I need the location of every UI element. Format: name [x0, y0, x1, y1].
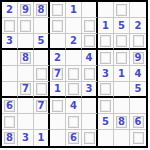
- sudoku-cell-r3c9[interactable]: [130, 34, 146, 50]
- cell-input-box[interactable]: 8: [4, 132, 15, 144]
- sudoku-cell-r2c7[interactable]: 1: [98, 18, 114, 34]
- given-digit: 1: [118, 69, 125, 79]
- sudoku-cell-r9c1[interactable]: 8: [2, 130, 18, 146]
- entered-digit: 7: [54, 69, 61, 79]
- cell-input-box-empty[interactable]: [68, 68, 79, 80]
- given-digit: 4: [86, 53, 93, 63]
- sudoku-cell-r2c5[interactable]: [66, 18, 82, 34]
- given-digit: 1: [70, 5, 77, 15]
- sudoku-cell-r6c4[interactable]: 1: [50, 82, 66, 98]
- given-digit: 3: [102, 69, 109, 79]
- cell-input-box-empty[interactable]: [52, 4, 63, 16]
- cell-input-box-empty[interactable]: [4, 116, 15, 128]
- cell-input-box[interactable]: 6: [133, 116, 144, 128]
- entered-digit: 8: [22, 53, 29, 63]
- given-digit: 4: [135, 69, 142, 79]
- sudoku-cell-r3c7[interactable]: [98, 34, 114, 50]
- cell-input-box-empty[interactable]: [52, 20, 63, 32]
- given-digit: 5: [135, 84, 142, 94]
- cell-input-box-empty[interactable]: [84, 132, 95, 144]
- cell-input-box[interactable]: 7: [52, 68, 63, 80]
- entered-digit: 6: [70, 133, 77, 143]
- sudoku-cell-r6c6[interactable]: 3: [82, 82, 98, 98]
- sudoku-cell-r5c9[interactable]: 4: [130, 66, 146, 82]
- sudoku-cell-r7c5[interactable]: 4: [66, 98, 82, 114]
- sudoku-cell-r1c2[interactable]: 9: [18, 2, 34, 18]
- cell-input-box-empty[interactable]: [133, 35, 144, 47]
- entered-digit: 8: [6, 133, 13, 143]
- given-digit: 1: [38, 133, 45, 143]
- entered-digit: 8: [118, 117, 125, 127]
- sudoku-cell-r5c2[interactable]: [18, 66, 34, 82]
- sudoku-cell-r7c3[interactable]: 7: [34, 98, 50, 114]
- sudoku-cell-r8c5[interactable]: [66, 114, 82, 130]
- cell-input-box-empty[interactable]: [68, 83, 79, 95]
- sudoku-cell-r1c5[interactable]: 1: [66, 2, 82, 18]
- sudoku-cell-r6c1[interactable]: [2, 82, 18, 98]
- sudoku-cell-r9c4[interactable]: [50, 130, 66, 146]
- cell-input-box-empty[interactable]: [100, 52, 111, 64]
- sudoku-cell-r8c4[interactable]: [50, 114, 66, 130]
- sudoku-cell-r1c4[interactable]: [50, 2, 66, 18]
- sudoku-cell-r5c6[interactable]: [82, 66, 98, 82]
- entered-digit: 9: [22, 5, 29, 15]
- sudoku-cell-r9c7[interactable]: [98, 130, 114, 146]
- cell-input-box-empty[interactable]: [4, 20, 15, 32]
- sudoku-cell-r2c4[interactable]: [50, 18, 66, 34]
- sudoku-cell-r2c9[interactable]: 2: [130, 18, 146, 34]
- sudoku-cell-r1c9[interactable]: [130, 2, 146, 18]
- sudoku-cell-r3c1[interactable]: 3: [2, 34, 18, 50]
- sudoku-cell-r8c2[interactable]: [18, 114, 34, 130]
- entered-digit: 7: [22, 84, 29, 94]
- entered-digit: 9: [135, 53, 142, 63]
- sudoku-cell-r5c3[interactable]: [34, 66, 50, 82]
- cell-input-box-empty[interactable]: [20, 20, 31, 32]
- given-digit: 5: [118, 21, 125, 31]
- sudoku-cell-r6c2[interactable]: 7: [18, 82, 34, 98]
- cell-input-box-empty[interactable]: [100, 83, 111, 95]
- cell-input-box[interactable]: 6: [4, 100, 15, 112]
- given-digit: 4: [70, 101, 77, 111]
- sudoku-cell-r3c8[interactable]: [114, 34, 130, 50]
- cell-input-box-empty[interactable]: [84, 68, 95, 80]
- sudoku-cell-r4c3[interactable]: [34, 50, 50, 66]
- cell-input-box[interactable]: 8: [36, 4, 47, 16]
- cell-input-box-empty[interactable]: [133, 132, 144, 144]
- given-digit: 5: [38, 36, 45, 46]
- sudoku-cell-r7c1[interactable]: 6: [2, 98, 18, 114]
- sudoku-cell-r8c1[interactable]: [2, 114, 18, 130]
- sudoku-cell-r1c7[interactable]: [98, 2, 114, 18]
- cell-input-box[interactable]: 7: [36, 100, 47, 112]
- sudoku-cell-r5c4[interactable]: 7: [50, 66, 66, 82]
- sudoku-cell-r7c9[interactable]: [130, 98, 146, 114]
- sudoku-cell-r2c6[interactable]: [82, 18, 98, 34]
- sudoku-cell-r6c8[interactable]: [114, 82, 130, 98]
- cell-input-box[interactable]: 7: [20, 83, 31, 95]
- sudoku-cell-r4c7[interactable]: [98, 50, 114, 66]
- cell-input-box[interactable]: 9: [20, 4, 31, 16]
- sudoku-cell-r3c5[interactable]: 2: [66, 34, 82, 50]
- sudoku-cell-r9c2[interactable]: 3: [18, 130, 34, 146]
- given-digit: 2: [6, 5, 13, 15]
- sudoku-cell-r3c2[interactable]: [18, 34, 34, 50]
- sudoku-cell-r1c6[interactable]: [82, 2, 98, 18]
- cell-input-box-empty[interactable]: [116, 52, 127, 64]
- cell-input-box-empty[interactable]: [116, 35, 127, 47]
- given-digit: 3: [86, 84, 93, 94]
- sudoku-cell-r7c7[interactable]: [98, 98, 114, 114]
- given-digit: 1: [54, 84, 61, 94]
- sudoku-cell-r6c9[interactable]: 5: [130, 82, 146, 98]
- cell-input-box-empty[interactable]: [68, 116, 79, 128]
- given-digit: 3: [6, 36, 13, 46]
- sudoku-cell-r3c6[interactable]: [82, 34, 98, 50]
- sudoku-cell-r9c5[interactable]: 6: [66, 130, 82, 146]
- sudoku-cell-r1c1[interactable]: 2: [2, 2, 18, 18]
- cell-input-box-empty[interactable]: [84, 20, 95, 32]
- entered-digit: 6: [135, 117, 142, 127]
- sudoku-cell-r2c2[interactable]: [18, 18, 34, 34]
- sudoku-cell-r1c8[interactable]: [114, 2, 130, 18]
- sudoku-cell-r9c3[interactable]: 1: [34, 130, 50, 146]
- sudoku-cell-r3c3[interactable]: 5: [34, 34, 50, 50]
- sudoku-cell-r8c6[interactable]: [82, 114, 98, 130]
- sudoku-cell-r7c2[interactable]: [18, 98, 34, 114]
- sudoku-board: 29811523528249731471356745868316: [0, 0, 148, 148]
- entered-digit: 7: [38, 101, 45, 111]
- sudoku-cell-r8c9[interactable]: 6: [130, 114, 146, 130]
- sudoku-cell-r3c4[interactable]: [50, 34, 66, 50]
- given-digit: 5: [102, 117, 109, 127]
- sudoku-cell-r4c9[interactable]: 9: [130, 50, 146, 66]
- cell-input-box[interactable]: 9: [133, 52, 144, 64]
- given-digit: 2: [70, 36, 77, 46]
- sudoku-cell-r8c3[interactable]: [34, 114, 50, 130]
- given-digit: 2: [135, 21, 142, 31]
- entered-digit: 8: [38, 5, 45, 15]
- cell-input-box[interactable]: 8: [20, 52, 31, 64]
- sudoku-cell-r9c6[interactable]: [82, 130, 98, 146]
- sudoku-cell-r9c9[interactable]: [130, 130, 146, 146]
- sudoku-cell-r4c6[interactable]: 4: [82, 50, 98, 66]
- cell-input-box-empty[interactable]: [100, 100, 111, 112]
- given-digit: 1: [102, 21, 109, 31]
- entered-digit: 6: [6, 101, 13, 111]
- sudoku-cell-r5c5[interactable]: [66, 66, 82, 82]
- sudoku-cell-r4c5[interactable]: [66, 50, 82, 66]
- sudoku-cell-r2c8[interactable]: 5: [114, 18, 130, 34]
- sudoku-cell-r7c8[interactable]: [114, 98, 130, 114]
- sudoku-cell-r4c1[interactable]: [2, 50, 18, 66]
- sudoku-cell-r5c1[interactable]: [2, 66, 18, 82]
- cell-input-box[interactable]: 8: [116, 116, 127, 128]
- cell-input-box-empty[interactable]: [100, 35, 111, 47]
- sudoku-cell-r4c4[interactable]: 2: [50, 50, 66, 66]
- sudoku-cell-r8c7[interactable]: 5: [98, 114, 114, 130]
- sudoku-cell-r9c8[interactable]: [114, 130, 130, 146]
- sudoku-cell-r6c7[interactable]: [98, 82, 114, 98]
- sudoku-cell-r4c2[interactable]: 8: [18, 50, 34, 66]
- sudoku-cell-r6c3[interactable]: [34, 82, 50, 98]
- sudoku-cell-r5c8[interactable]: 1: [114, 66, 130, 82]
- sudoku-cell-r4c8[interactable]: [114, 50, 130, 66]
- cell-input-box-empty[interactable]: [36, 68, 47, 80]
- cell-input-box-empty[interactable]: [84, 35, 95, 47]
- sudoku-cell-r6c5[interactable]: [66, 82, 82, 98]
- sudoku-cell-r7c6[interactable]: [82, 98, 98, 114]
- cell-input-box-empty[interactable]: [36, 83, 47, 95]
- sudoku-cell-r7c4[interactable]: [50, 98, 66, 114]
- given-digit: 2: [54, 53, 61, 63]
- sudoku-cell-r8c8[interactable]: 8: [114, 114, 130, 130]
- given-digit: 3: [22, 133, 29, 143]
- sudoku-cell-r2c1[interactable]: [2, 18, 18, 34]
- cell-input-box[interactable]: 6: [68, 132, 79, 144]
- sudoku-cell-r2c3[interactable]: [34, 18, 50, 34]
- sudoku-cell-r1c3[interactable]: 8: [34, 2, 50, 18]
- sudoku-cell-r5c7[interactable]: 3: [98, 66, 114, 82]
- cell-input-box-empty[interactable]: [116, 4, 127, 16]
- cell-input-box-empty[interactable]: [52, 100, 63, 112]
